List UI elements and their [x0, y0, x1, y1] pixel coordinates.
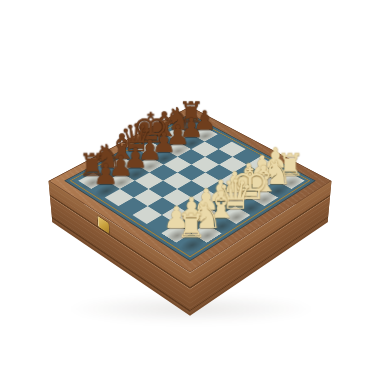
camera-scene: ♜♞♝♛♚♝♞♜♟♟♟♟♟♟♟♟♟♟♟♟♟♟♟♟♜♞♝♛♚♝♞♜ [0, 0, 380, 380]
chess-case: ♜♞♝♛♚♝♞♜♟♟♟♟♟♟♟♟♟♟♟♟♟♟♟♟♜♞♝♛♚♝♞♜ [49, 107, 332, 273]
piece-black-pawn: ♟ [79, 161, 132, 189]
product-photo: ♜♞♝♛♚♝♞♜♟♟♟♟♟♟♟♟♟♟♟♟♟♟♟♟♜♞♝♛♚♝♞♜ [0, 0, 380, 380]
piece-white-rook: ♜ [163, 209, 219, 242]
